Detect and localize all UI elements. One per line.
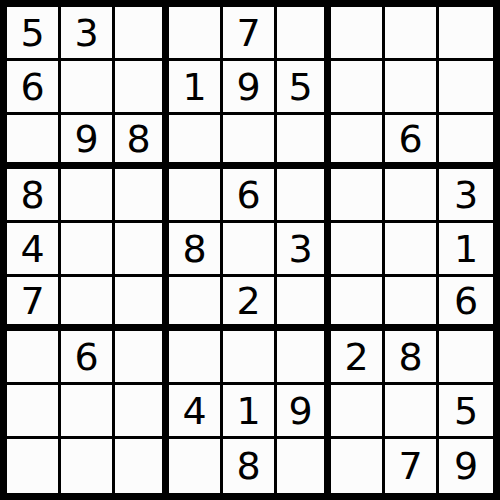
sudoku-cell-r1c6[interactable] xyxy=(277,7,331,61)
sudoku-cell-r7c5[interactable] xyxy=(223,331,277,385)
sudoku-cell-r1c7[interactable] xyxy=(331,7,385,61)
sudoku-cell-r8c3[interactable] xyxy=(115,385,169,439)
sudoku-cell-r6c7[interactable] xyxy=(331,277,385,331)
sudoku-cell-r7c7[interactable]: 2 xyxy=(331,331,385,385)
sudoku-cell-r9c5[interactable]: 8 xyxy=(223,439,277,493)
sudoku-cell-r6c3[interactable] xyxy=(115,277,169,331)
sudoku-cell-r5c2[interactable] xyxy=(61,223,115,277)
sudoku-cell-r8c4[interactable]: 4 xyxy=(169,385,223,439)
sudoku-cell-r3c7[interactable] xyxy=(331,115,385,169)
sudoku-cell-r8c2[interactable] xyxy=(61,385,115,439)
sudoku-cell-r3c6[interactable] xyxy=(277,115,331,169)
sudoku-cell-r5c8[interactable] xyxy=(385,223,439,277)
sudoku-cell-r1c8[interactable] xyxy=(385,7,439,61)
sudoku-cell-r3c5[interactable] xyxy=(223,115,277,169)
sudoku-cell-r3c3[interactable]: 8 xyxy=(115,115,169,169)
sudoku-cell-r7c8[interactable]: 8 xyxy=(385,331,439,385)
sudoku-cell-r4c4[interactable] xyxy=(169,169,223,223)
sudoku-cell-r1c1[interactable]: 5 xyxy=(7,7,61,61)
sudoku-cell-r5c6[interactable]: 3 xyxy=(277,223,331,277)
sudoku-cell-r4c6[interactable] xyxy=(277,169,331,223)
sudoku-cell-r7c9[interactable] xyxy=(439,331,493,385)
sudoku-cell-r4c3[interactable] xyxy=(115,169,169,223)
sudoku-cell-r3c2[interactable]: 9 xyxy=(61,115,115,169)
sudoku-cell-r8c1[interactable] xyxy=(7,385,61,439)
sudoku-cell-r7c6[interactable] xyxy=(277,331,331,385)
sudoku-cell-r8c6[interactable]: 9 xyxy=(277,385,331,439)
sudoku-cell-r8c7[interactable] xyxy=(331,385,385,439)
sudoku-cell-r9c2[interactable] xyxy=(61,439,115,493)
sudoku-cell-r2c6[interactable]: 5 xyxy=(277,61,331,115)
sudoku-cell-r2c4[interactable]: 1 xyxy=(169,61,223,115)
sudoku-cell-r8c8[interactable] xyxy=(385,385,439,439)
sudoku-cell-r4c5[interactable]: 6 xyxy=(223,169,277,223)
sudoku-cell-r2c5[interactable]: 9 xyxy=(223,61,277,115)
sudoku-cell-r5c9[interactable]: 1 xyxy=(439,223,493,277)
sudoku-cell-r6c6[interactable] xyxy=(277,277,331,331)
sudoku-cell-r2c7[interactable] xyxy=(331,61,385,115)
sudoku-cell-r1c9[interactable] xyxy=(439,7,493,61)
sudoku-cell-r6c4[interactable] xyxy=(169,277,223,331)
sudoku-cell-r7c4[interactable] xyxy=(169,331,223,385)
sudoku-cell-r6c9[interactable]: 6 xyxy=(439,277,493,331)
sudoku-cell-r2c3[interactable] xyxy=(115,61,169,115)
sudoku-cell-r1c4[interactable] xyxy=(169,7,223,61)
sudoku-cell-r4c2[interactable] xyxy=(61,169,115,223)
sudoku-cell-r2c9[interactable] xyxy=(439,61,493,115)
sudoku-cell-r9c3[interactable] xyxy=(115,439,169,493)
sudoku-cell-r8c5[interactable]: 1 xyxy=(223,385,277,439)
sudoku-cell-r3c8[interactable]: 6 xyxy=(385,115,439,169)
sudoku-cell-r4c9[interactable]: 3 xyxy=(439,169,493,223)
sudoku-cell-r9c6[interactable] xyxy=(277,439,331,493)
sudoku-cell-r5c1[interactable]: 4 xyxy=(7,223,61,277)
sudoku-cell-r4c1[interactable]: 8 xyxy=(7,169,61,223)
sudoku-cell-r3c1[interactable] xyxy=(7,115,61,169)
sudoku-cell-r4c8[interactable] xyxy=(385,169,439,223)
sudoku-cell-r1c3[interactable] xyxy=(115,7,169,61)
sudoku-board: 537619598686348317266284195879 xyxy=(0,0,500,500)
sudoku-cell-r2c1[interactable]: 6 xyxy=(7,61,61,115)
sudoku-cell-r1c5[interactable]: 7 xyxy=(223,7,277,61)
sudoku-cell-r6c1[interactable]: 7 xyxy=(7,277,61,331)
sudoku-cell-r6c8[interactable] xyxy=(385,277,439,331)
sudoku-cell-r6c2[interactable] xyxy=(61,277,115,331)
sudoku-cell-r9c1[interactable] xyxy=(7,439,61,493)
sudoku-cell-r9c4[interactable] xyxy=(169,439,223,493)
sudoku-cell-r8c9[interactable]: 5 xyxy=(439,385,493,439)
sudoku-cell-r6c5[interactable]: 2 xyxy=(223,277,277,331)
sudoku-cell-r9c9[interactable]: 9 xyxy=(439,439,493,493)
sudoku-cell-r1c2[interactable]: 3 xyxy=(61,7,115,61)
sudoku-cell-r9c8[interactable]: 7 xyxy=(385,439,439,493)
sudoku-cell-r3c9[interactable] xyxy=(439,115,493,169)
sudoku-cell-r5c7[interactable] xyxy=(331,223,385,277)
sudoku-cell-r5c4[interactable]: 8 xyxy=(169,223,223,277)
sudoku-cell-r5c5[interactable] xyxy=(223,223,277,277)
sudoku-cell-r7c2[interactable]: 6 xyxy=(61,331,115,385)
sudoku-cell-r7c1[interactable] xyxy=(7,331,61,385)
sudoku-cell-r7c3[interactable] xyxy=(115,331,169,385)
sudoku-cell-r2c8[interactable] xyxy=(385,61,439,115)
sudoku-cell-r5c3[interactable] xyxy=(115,223,169,277)
sudoku-cell-r4c7[interactable] xyxy=(331,169,385,223)
sudoku-cell-r9c7[interactable] xyxy=(331,439,385,493)
sudoku-cell-r3c4[interactable] xyxy=(169,115,223,169)
sudoku-cell-r2c2[interactable] xyxy=(61,61,115,115)
